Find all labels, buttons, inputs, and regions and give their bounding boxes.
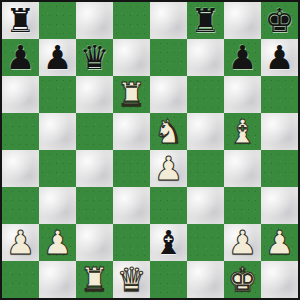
square-g2[interactable]: ♟: [224, 224, 261, 261]
white-queen[interactable]: ♛: [117, 262, 147, 298]
square-b7[interactable]: ♟: [39, 39, 76, 76]
square-e1[interactable]: [150, 261, 187, 298]
square-h7[interactable]: ♟: [261, 39, 298, 76]
square-f6[interactable]: [187, 76, 224, 113]
square-e4[interactable]: ♟: [150, 150, 187, 187]
square-b5[interactable]: [39, 113, 76, 150]
square-a5[interactable]: [2, 113, 39, 150]
square-g1[interactable]: ♚: [224, 261, 261, 298]
black-rook[interactable]: ♜: [191, 3, 221, 39]
white-rook[interactable]: ♜: [117, 77, 147, 113]
white-pawn[interactable]: ♟: [265, 225, 295, 261]
white-knight[interactable]: ♞: [154, 114, 184, 150]
black-bishop[interactable]: ♝: [154, 225, 184, 261]
square-c4[interactable]: [76, 150, 113, 187]
square-a3[interactable]: [2, 187, 39, 224]
square-f8[interactable]: ♜: [187, 2, 224, 39]
square-b6[interactable]: [39, 76, 76, 113]
square-e6[interactable]: [150, 76, 187, 113]
square-f3[interactable]: [187, 187, 224, 224]
square-f1[interactable]: [187, 261, 224, 298]
black-pawn[interactable]: ♟: [43, 40, 73, 76]
square-d7[interactable]: [113, 39, 150, 76]
square-c8[interactable]: [76, 2, 113, 39]
square-f7[interactable]: [187, 39, 224, 76]
square-a1[interactable]: [2, 261, 39, 298]
square-b1[interactable]: [39, 261, 76, 298]
black-pawn[interactable]: ♟: [228, 40, 258, 76]
black-pawn[interactable]: ♟: [6, 40, 36, 76]
square-e5[interactable]: ♞: [150, 113, 187, 150]
square-d2[interactable]: [113, 224, 150, 261]
square-h5[interactable]: [261, 113, 298, 150]
square-f5[interactable]: [187, 113, 224, 150]
square-f2[interactable]: [187, 224, 224, 261]
white-king[interactable]: ♚: [228, 262, 258, 298]
square-g7[interactable]: ♟: [224, 39, 261, 76]
square-b4[interactable]: [39, 150, 76, 187]
square-g6[interactable]: [224, 76, 261, 113]
square-f4[interactable]: [187, 150, 224, 187]
black-pawn[interactable]: ♟: [265, 40, 295, 76]
white-pawn[interactable]: ♟: [154, 151, 184, 187]
square-a6[interactable]: [2, 76, 39, 113]
square-h4[interactable]: [261, 150, 298, 187]
square-c7[interactable]: ♛: [76, 39, 113, 76]
black-rook[interactable]: ♜: [6, 3, 36, 39]
square-h8[interactable]: ♚: [261, 2, 298, 39]
square-a4[interactable]: [2, 150, 39, 187]
black-king[interactable]: ♚: [265, 3, 295, 39]
square-g4[interactable]: [224, 150, 261, 187]
black-queen[interactable]: ♛: [80, 40, 110, 76]
square-g5[interactable]: ♝: [224, 113, 261, 150]
square-d1[interactable]: ♛: [113, 261, 150, 298]
square-a8[interactable]: ♜: [2, 2, 39, 39]
square-h2[interactable]: ♟: [261, 224, 298, 261]
white-bishop[interactable]: ♝: [228, 114, 258, 150]
square-c3[interactable]: [76, 187, 113, 224]
square-d4[interactable]: [113, 150, 150, 187]
white-pawn[interactable]: ♟: [43, 225, 73, 261]
square-h6[interactable]: [261, 76, 298, 113]
square-e8[interactable]: [150, 2, 187, 39]
square-c5[interactable]: [76, 113, 113, 150]
white-pawn[interactable]: ♟: [6, 225, 36, 261]
square-h3[interactable]: [261, 187, 298, 224]
white-rook[interactable]: ♜: [80, 262, 110, 298]
white-pawn[interactable]: ♟: [228, 225, 258, 261]
square-c2[interactable]: [76, 224, 113, 261]
chess-app: ♜♜♚♟♟♛♟♟♜♞♝♟♟♟♝♟♟♜♛♚: [0, 0, 300, 300]
chess-board: ♜♜♚♟♟♛♟♟♜♞♝♟♟♟♝♟♟♜♛♚: [0, 0, 300, 300]
square-e2[interactable]: ♝: [150, 224, 187, 261]
square-e7[interactable]: [150, 39, 187, 76]
square-d3[interactable]: [113, 187, 150, 224]
square-g3[interactable]: [224, 187, 261, 224]
square-g8[interactable]: [224, 2, 261, 39]
square-c1[interactable]: ♜: [76, 261, 113, 298]
square-a2[interactable]: ♟: [2, 224, 39, 261]
square-a7[interactable]: ♟: [2, 39, 39, 76]
square-c6[interactable]: [76, 76, 113, 113]
square-d6[interactable]: ♜: [113, 76, 150, 113]
square-b3[interactable]: [39, 187, 76, 224]
square-b2[interactable]: ♟: [39, 224, 76, 261]
square-d8[interactable]: [113, 2, 150, 39]
square-d5[interactable]: [113, 113, 150, 150]
square-h1[interactable]: [261, 261, 298, 298]
square-b8[interactable]: [39, 2, 76, 39]
square-e3[interactable]: [150, 187, 187, 224]
